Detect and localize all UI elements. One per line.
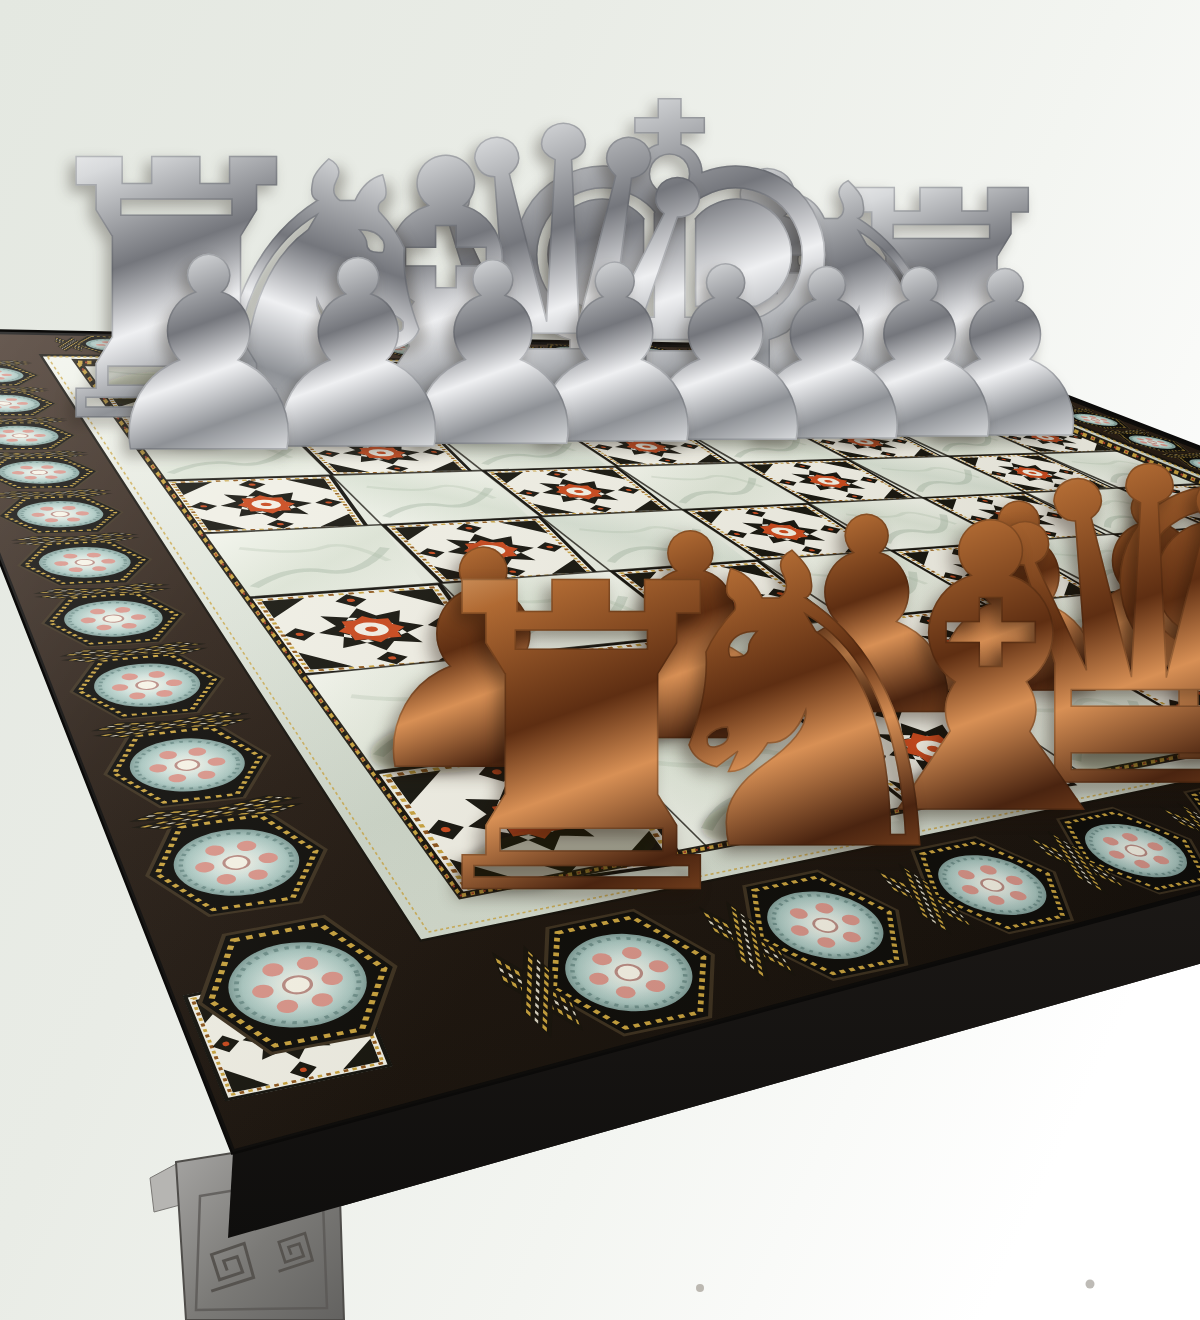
piece-black-silver-queen-d8: ♛ bbox=[381, 77, 744, 482]
queen-glyph: ♛ bbox=[381, 77, 744, 482]
bishop-glyph: ♝ bbox=[285, 114, 606, 472]
bishop-glyph: ♝ bbox=[616, 129, 919, 467]
king-glyph: ♚ bbox=[1074, 362, 1200, 831]
pawn-glyph: ♟ bbox=[746, 484, 988, 754]
piece-white-copper-pawn-f2: ♟ bbox=[1159, 450, 1200, 693]
piece-white-copper-rook-a1: ♜ bbox=[392, 530, 771, 953]
king-glyph: ♚ bbox=[471, 47, 868, 490]
piece-black-silver-king-e8: ♚ bbox=[471, 47, 868, 490]
piece-white-copper-bishop-c1: ♝ bbox=[813, 474, 1168, 870]
pawn-glyph: ♟ bbox=[903, 242, 1107, 470]
pawn-glyph: ♟ bbox=[903, 471, 1135, 730]
piece-white-copper-pawn-a2: ♟ bbox=[349, 513, 618, 813]
pawn-glyph: ♟ bbox=[243, 227, 474, 485]
pawn-glyph: ♟ bbox=[90, 223, 328, 489]
piece-black-silver-pawn-f7: ♟ bbox=[722, 239, 933, 474]
piece-white-copper-pawn-e2: ♟ bbox=[1039, 460, 1200, 710]
piece-black-silver-pawn-g7: ♟ bbox=[816, 241, 1023, 472]
rook-glyph: ♜ bbox=[392, 530, 771, 953]
piece-black-silver-knight-b8: ♞ bbox=[159, 118, 475, 471]
piece-black-silver-pawn-c7: ♟ bbox=[380, 231, 605, 482]
piece-black-silver-pawn-e7: ♟ bbox=[618, 236, 833, 476]
piece-white-copper-king-e1: ♚ bbox=[1074, 362, 1200, 831]
piece-black-silver-rook-h8: ♜ bbox=[803, 152, 1080, 461]
piece-black-silver-pawn-d7: ♟ bbox=[505, 234, 725, 479]
pawn-glyph: ♟ bbox=[1039, 460, 1200, 710]
piece-black-silver-rook-a8: ♜ bbox=[17, 116, 336, 472]
piece-white-copper-knight-b1: ♞ bbox=[624, 504, 985, 907]
pawn-glyph: ♟ bbox=[618, 236, 833, 476]
piece-black-silver-knight-g8: ♞ bbox=[714, 143, 1001, 463]
rook-glyph: ♜ bbox=[17, 116, 336, 472]
piece-black-silver-pawn-h7: ♟ bbox=[903, 242, 1107, 470]
queen-glyph: ♛ bbox=[953, 413, 1200, 849]
pawn-glyph: ♟ bbox=[349, 513, 618, 813]
pawn-glyph: ♟ bbox=[1159, 450, 1200, 693]
piece-white-copper-pawn-b2: ♟ bbox=[564, 498, 818, 781]
piece-black-silver-pawn-a7: ♟ bbox=[90, 223, 328, 489]
rook-glyph: ♜ bbox=[803, 152, 1080, 461]
pawn-glyph: ♟ bbox=[505, 234, 725, 479]
piece-black-silver-bishop-f8: ♝ bbox=[616, 129, 919, 467]
pawn-glyph: ♟ bbox=[564, 498, 818, 781]
piece-white-copper-pawn-d2: ♟ bbox=[903, 471, 1135, 730]
product-photo-scene: ♜♞♝♚♛♝♞♜♟♟♟♟♟♟♟♟♟♟♟♟♜♟♞♟♝♟♚♟♛♝♞♜ bbox=[0, 0, 1200, 1320]
pawn-glyph: ♟ bbox=[816, 241, 1023, 472]
knight-glyph: ♞ bbox=[159, 118, 475, 471]
bishop-glyph: ♝ bbox=[813, 474, 1168, 870]
knight-glyph: ♞ bbox=[714, 143, 1001, 463]
pawn-glyph: ♟ bbox=[380, 231, 605, 482]
piece-white-copper-pawn-c2: ♟ bbox=[746, 484, 988, 754]
piece-white-copper-queen-d1: ♛ bbox=[953, 413, 1200, 849]
piece-black-silver-pawn-b7: ♟ bbox=[243, 227, 474, 485]
knight-glyph: ♞ bbox=[624, 504, 985, 907]
piece-black-silver-bishop-c8: ♝ bbox=[285, 114, 606, 472]
pawn-glyph: ♟ bbox=[722, 239, 933, 474]
chess-pieces-layer: ♜♞♝♚♛♝♞♜♟♟♟♟♟♟♟♟♟♟♟♟♜♟♞♟♝♟♚♟♛♝♞♜ bbox=[0, 0, 1200, 1320]
